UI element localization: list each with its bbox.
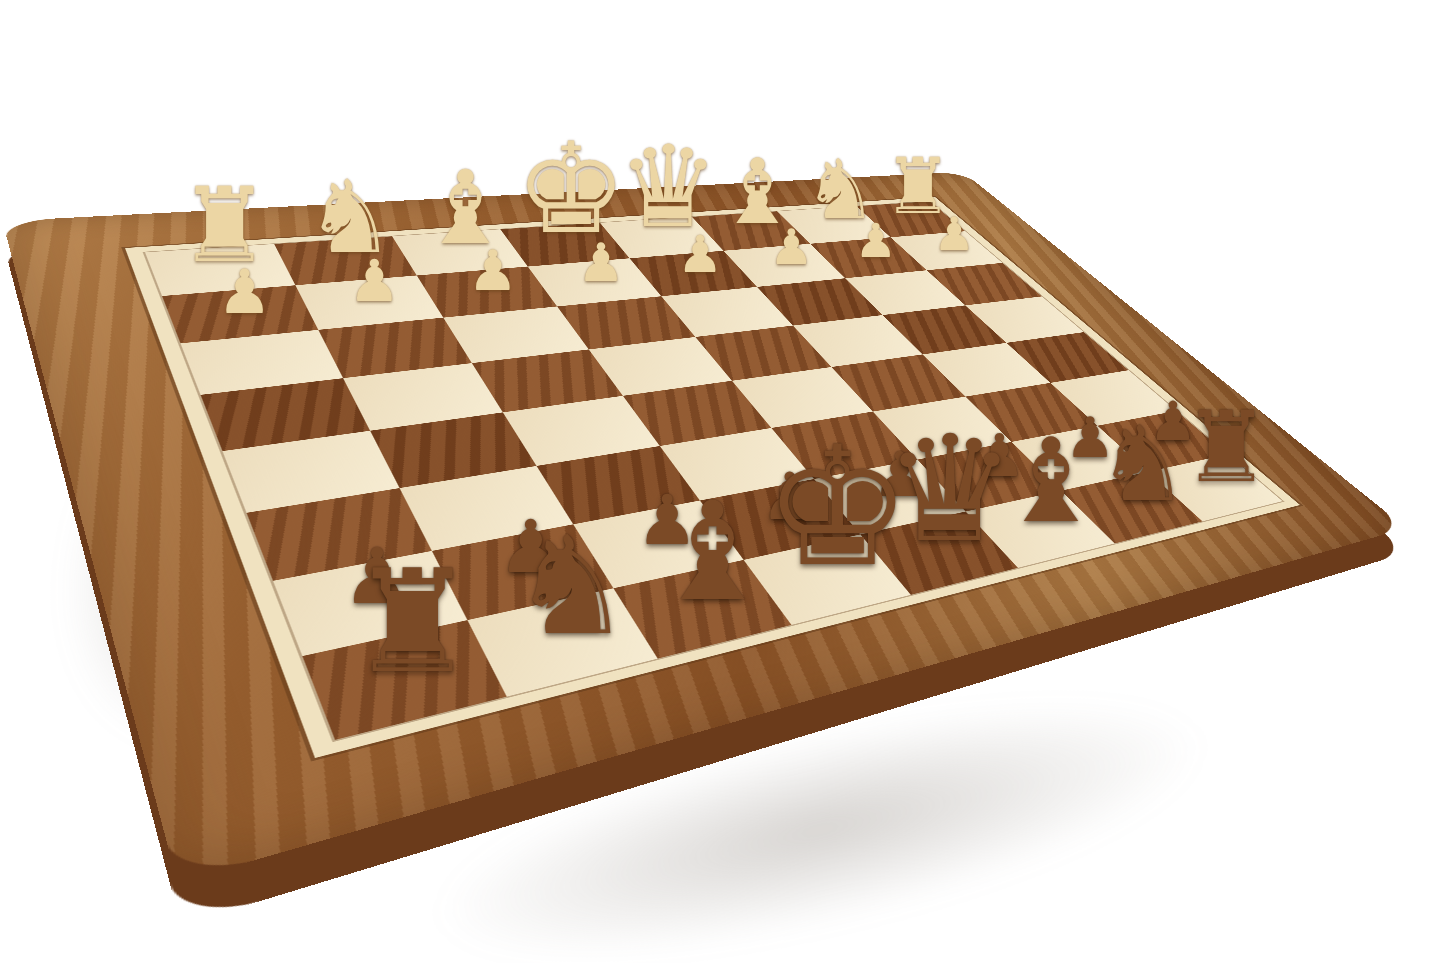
board-photo-scene: ♜♞♝♚♛♝♞♜♟♟♟♟♟♟♟♟♟♟♟♟♟♟♟♟♜♞♝♚♛♝♞♜ bbox=[0, 0, 1445, 963]
